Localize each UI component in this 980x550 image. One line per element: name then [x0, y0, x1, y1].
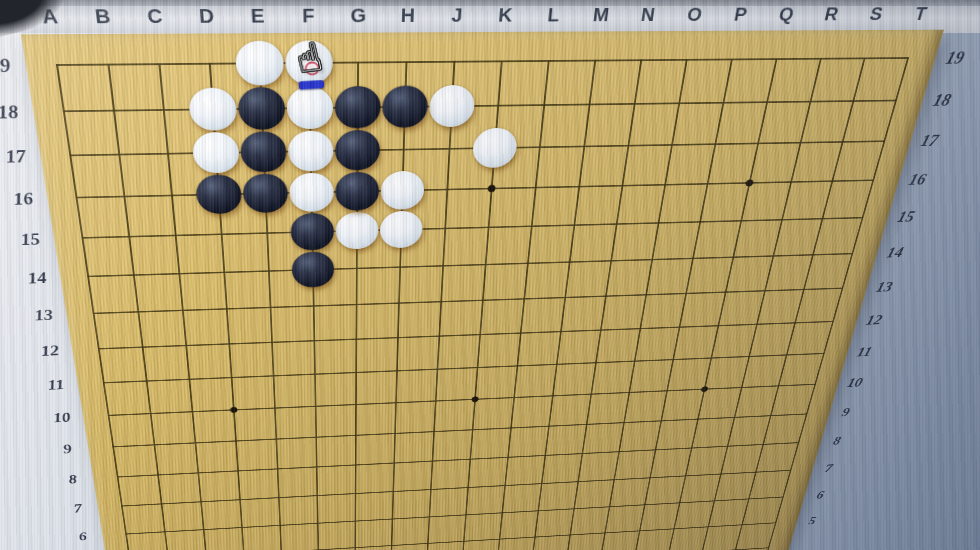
row-label-left-6: 6	[78, 530, 88, 543]
row-label-left-15: 15	[19, 230, 41, 249]
col-label-e: E	[250, 4, 265, 26]
row-label-left-11: 11	[46, 377, 65, 393]
col-label-b: B	[94, 5, 112, 28]
go-board-plane: ABCDEFGHJKLMNOPQRST191817161514131211109…	[0, 0, 980, 550]
row-label-right-11: 11	[855, 344, 873, 359]
row-label-left-16: 16	[12, 189, 35, 208]
row-label-left-12: 12	[40, 342, 61, 359]
col-label-n: N	[640, 4, 657, 26]
row-label-right-14: 14	[885, 244, 905, 261]
row-label-left-7: 7	[73, 502, 83, 516]
row-label-right-5: 5	[807, 515, 817, 527]
col-label-c: C	[146, 5, 163, 28]
row-label-right-9: 9	[840, 405, 851, 419]
row-label-right-15: 15	[896, 208, 917, 225]
row-label-right-6: 6	[815, 489, 825, 501]
row-label-left-19: 19	[0, 54, 12, 76]
col-label-s: S	[868, 3, 885, 24]
col-label-r: R	[823, 3, 841, 24]
row-label-left-10: 10	[52, 410, 72, 426]
row-label-right-8: 8	[832, 434, 843, 447]
screen-photo: ABCDEFGHJKLMNOPQRST191817161514131211109…	[0, 0, 980, 550]
col-label-p: P	[733, 3, 749, 24]
col-label-t: T	[912, 3, 929, 24]
col-label-a: A	[40, 5, 59, 28]
col-label-d: D	[198, 5, 214, 28]
row-label-right-7: 7	[823, 462, 834, 475]
cursor-cuff	[299, 80, 325, 90]
col-label-k: K	[498, 4, 514, 26]
col-label-o: O	[686, 4, 704, 25]
row-label-right-17: 17	[919, 131, 941, 150]
col-label-h: H	[400, 4, 415, 26]
col-label-j: J	[451, 4, 463, 26]
row-label-left-17: 17	[4, 146, 27, 166]
row-label-right-19: 19	[944, 48, 967, 68]
row-label-right-16: 16	[907, 170, 929, 188]
col-label-l: L	[547, 4, 561, 26]
col-label-f: F	[302, 4, 315, 26]
row-label-left-9: 9	[62, 442, 73, 457]
row-label-right-12: 12	[865, 312, 885, 328]
row-label-left-8: 8	[67, 472, 78, 486]
white-stone-f18[interactable]	[286, 86, 333, 129]
col-label-q: Q	[777, 3, 796, 24]
row-label-right-18: 18	[931, 90, 954, 109]
row-label-left-13: 13	[33, 306, 54, 323]
col-label-g: G	[351, 4, 367, 26]
row-label-left-14: 14	[26, 269, 48, 287]
col-label-m: M	[592, 4, 611, 26]
row-label-right-10: 10	[846, 375, 865, 390]
row-label-right-13: 13	[875, 279, 895, 295]
row-label-left-18: 18	[0, 101, 20, 122]
